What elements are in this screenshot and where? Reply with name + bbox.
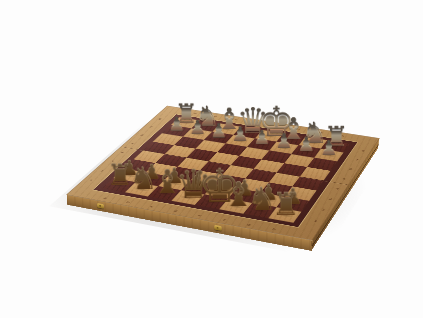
piece-white-rook-h1[interactable]: ♜ <box>272 184 298 215</box>
clasp-pin <box>99 205 101 207</box>
piece-black-pawn-b7[interactable]: ♟ <box>186 115 209 135</box>
piece-black-pawn-d7[interactable]: ♟ <box>229 121 252 141</box>
piece-black-pawn-c7[interactable]: ♟ <box>207 118 230 138</box>
piece-black-pawn-e7[interactable]: ♟ <box>250 124 273 144</box>
piece-white-knight-g1[interactable]: ♞ <box>247 178 273 211</box>
square-h7[interactable]: ♟ <box>314 149 343 162</box>
coordinate-label-7: 7 <box>349 154 366 165</box>
brass-clasp <box>215 225 222 231</box>
rook-glyph: ♜ <box>272 189 300 220</box>
piece-white-bishop-f1[interactable]: ♝ <box>223 172 249 206</box>
piece-white-knight-b1[interactable]: ♞ <box>129 157 154 189</box>
chess-board: abcdefgh abcdefgh 87654321 87654321 ♜♞♝♛… <box>66 106 380 240</box>
brass-clasp <box>97 203 104 209</box>
square-h1[interactable]: ♜ <box>268 207 301 223</box>
piece-black-pawn-f7[interactable]: ♟ <box>272 128 295 148</box>
product-photo: abcdefgh abcdefgh 87654321 87654321 ♜♞♝♛… <box>0 0 423 318</box>
piece-black-pawn-a7[interactable]: ♟ <box>166 111 189 131</box>
piece-white-bishop-c1[interactable]: ♝ <box>152 160 177 194</box>
clasp-pin <box>217 227 219 229</box>
piece-white-king-e1[interactable]: ♚ <box>199 156 225 202</box>
piece-black-pawn-g7[interactable]: ♟ <box>295 131 318 151</box>
piece-white-rook-a1[interactable]: ♜ <box>107 155 132 185</box>
piece-white-queen-d1[interactable]: ♛ <box>175 157 200 198</box>
piece-black-pawn-h7[interactable]: ♟ <box>317 135 341 155</box>
